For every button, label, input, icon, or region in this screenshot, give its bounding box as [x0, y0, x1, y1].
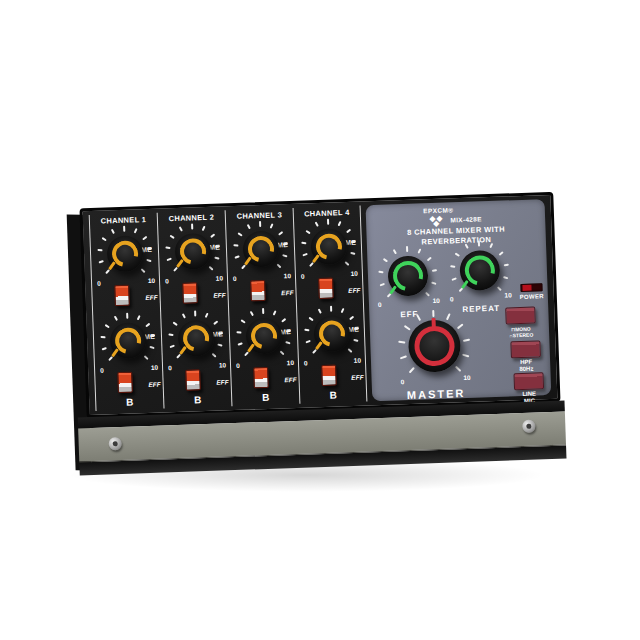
channel-knob-unit: VOLUME 0 10 EFF — [161, 309, 231, 397]
knob-max-label: 10 — [219, 361, 226, 368]
channel-strip-1: CHANNEL 1 VOLUME 0 10 EFF VOLUME — [89, 213, 164, 411]
eff-switch-label: EFF — [216, 378, 229, 385]
stereo-label: ∩STEREO — [497, 331, 545, 339]
eff-switch-label: EFF — [284, 376, 297, 383]
knob-min-label: 0 — [165, 277, 169, 284]
eff-switch-label: EFF — [148, 381, 161, 388]
channel-knob-unit: VOLUME 0 10 EFF — [297, 305, 366, 393]
knob-min-label: 0 — [301, 273, 305, 280]
mono-stereo-switch[interactable] — [505, 307, 536, 325]
channel-strips: CHANNEL 1 VOLUME 0 10 EFF VOLUME — [89, 206, 368, 411]
channel-b-label: B — [300, 388, 366, 401]
eff-switch-label: EFF — [351, 374, 364, 381]
knob-max-label: 10 — [148, 277, 155, 284]
knob-max-label: 10 — [216, 274, 223, 281]
channel-label: CHANNEL 4 — [294, 206, 360, 219]
channel-knob-unit: VOLUME 0 10 EFF — [93, 312, 163, 400]
channel-knob-unit: VOLUME 0 10 EFF — [158, 222, 228, 310]
eff-switch-label: EFF — [145, 294, 158, 301]
knob-max-label: 10 — [287, 359, 294, 366]
logo-diamond: ◆ — [433, 220, 439, 228]
knob-max-label: 10 — [354, 357, 361, 364]
knob-max-label: 10 — [433, 297, 440, 304]
hpf-switch[interactable] — [510, 340, 541, 358]
mono-stereo-label: ⊓MONO ∩STEREO — [497, 325, 545, 339]
mixer-device: CHANNEL 1 VOLUME 0 10 EFF VOLUME — [79, 192, 562, 476]
eff-switch-label: EFF — [348, 287, 361, 294]
channel-strip-4: CHANNEL 4 VOLUME 0 10 EFF VOLUME — [293, 206, 368, 404]
knob-max-label: 10 — [504, 291, 511, 298]
hpf-label: HPF 80Hz — [502, 358, 550, 373]
channel-knob-unit: VOLUME 0 10 EFF — [226, 220, 296, 308]
screw-right — [522, 420, 535, 433]
product-photo: CHANNEL 1 VOLUME 0 10 EFF VOLUME — [0, 0, 640, 640]
knob-max-label: 10 — [351, 270, 358, 277]
channel-knob-unit: VOLUME 0 10 EFF — [90, 225, 160, 313]
knob-min-label: 0 — [304, 359, 308, 366]
knob-min-label: 0 — [236, 362, 240, 369]
knob-pointer — [432, 318, 436, 327]
eff-switch[interactable] — [321, 364, 337, 386]
knob-min-label: 0 — [378, 301, 382, 308]
knob-min-label: 0 — [233, 275, 237, 282]
knob-max-label: 10 — [284, 272, 291, 279]
model-number: MIX-428E — [450, 215, 482, 223]
channel-b-label: B — [164, 393, 231, 406]
channel-b-label: B — [96, 396, 163, 409]
knob-min-label: 0 — [450, 295, 454, 302]
channel-strip-3: CHANNEL 3 VOLUME 0 10 EFF VOLUME — [225, 208, 300, 406]
knob-min-label: 0 — [100, 367, 104, 374]
eff-switch[interactable] — [185, 369, 201, 391]
knob-min-label: 0 — [401, 378, 405, 385]
mixer-top-panel: CHANNEL 1 VOLUME 0 10 EFF VOLUME — [79, 192, 560, 418]
knob-max-label: 10 — [151, 364, 158, 371]
channel-knob-unit: VOLUME 0 10 EFF — [229, 307, 299, 395]
power-led — [520, 283, 542, 292]
eff-switch[interactable] — [114, 285, 130, 307]
channel-b-label: B — [232, 391, 299, 404]
repeat-knob-group: 0 10 REPEAT — [447, 237, 514, 315]
power-label: POWER — [510, 293, 554, 301]
brand-logo: ◆ ◆ ◆ — [429, 214, 445, 227]
knob-min-label: 0 — [97, 280, 101, 287]
line-mic-switch[interactable] — [513, 372, 544, 390]
eff-switch[interactable] — [250, 280, 266, 302]
knob-min-label: 0 — [168, 364, 172, 371]
channel-knob-unit: VOLUME 0 10 EFF — [294, 218, 363, 306]
channel-strip-2: CHANNEL 2 VOLUME 0 10 EFF VOLUME — [157, 210, 232, 408]
eff-switch[interactable] — [117, 372, 133, 394]
eff-switch[interactable] — [318, 278, 334, 300]
eff-switch-label: EFF — [281, 289, 294, 296]
master-panel: EPXCM® ◆ ◆ ◆ MIX-428E 8 CHANNEL MIXER WI… — [366, 199, 552, 401]
master-knob-label: MASTER — [394, 387, 478, 402]
eff-switch[interactable] — [182, 282, 198, 304]
eff-switch-label: EFF — [213, 291, 226, 298]
screw-left — [108, 437, 121, 450]
master-knob-group: 0 10 MASTER — [391, 308, 478, 407]
eff-switch[interactable] — [253, 367, 269, 389]
knob-max-label: 10 — [463, 374, 470, 381]
